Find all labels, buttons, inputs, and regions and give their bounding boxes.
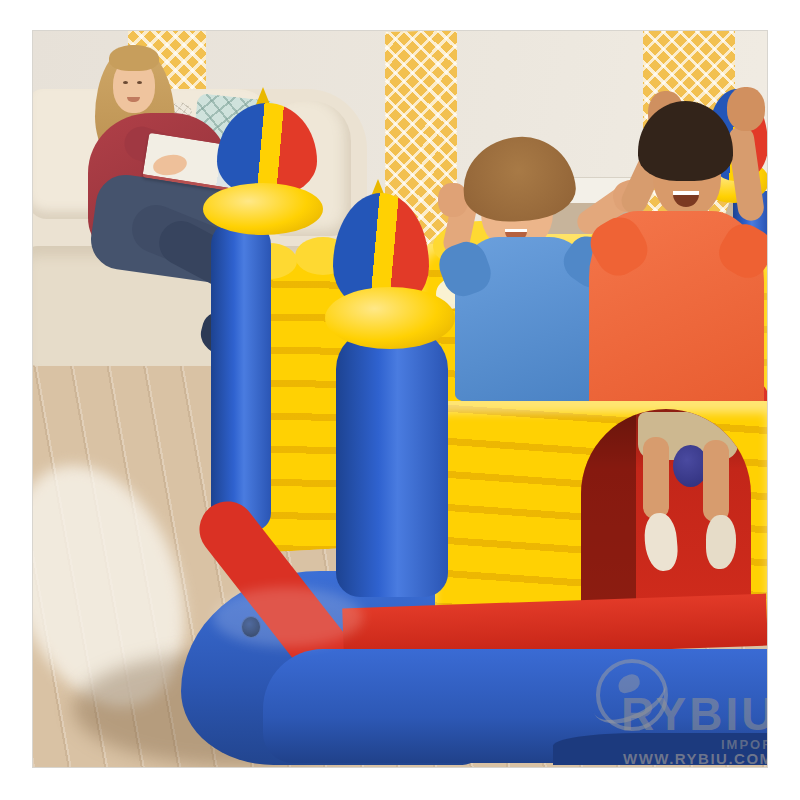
orange-boy-mouth bbox=[673, 191, 699, 207]
woman-mouth bbox=[127, 97, 140, 102]
woman-eye-left bbox=[123, 81, 128, 84]
front-tower-column bbox=[336, 329, 448, 597]
left-tower-ring bbox=[203, 183, 323, 235]
child-sock-left bbox=[643, 512, 680, 573]
woman-hair-fringe bbox=[109, 45, 159, 71]
child-leg-left bbox=[643, 437, 669, 519]
left-tower-column bbox=[211, 219, 271, 531]
front-tower-ring bbox=[325, 287, 455, 349]
base-highlight bbox=[213, 587, 363, 647]
child-sock-right bbox=[706, 515, 736, 569]
doorway-inner-shadow bbox=[581, 409, 636, 609]
child-leg-right bbox=[703, 440, 729, 522]
orange-boy-right-fist bbox=[727, 87, 765, 131]
woman-eye-right bbox=[137, 81, 142, 84]
castle-doorway bbox=[581, 409, 751, 609]
living-room-photo: RYBIU IMPORT WWW.RYBIU.COM bbox=[33, 31, 767, 767]
blue-boy-hair bbox=[460, 133, 578, 225]
watermark-brand: RYBIU bbox=[621, 687, 767, 741]
watermark-url: WWW.RYBIU.COM bbox=[623, 750, 767, 767]
photo-frame: RYBIU IMPORT WWW.RYBIU.COM bbox=[0, 0, 800, 800]
